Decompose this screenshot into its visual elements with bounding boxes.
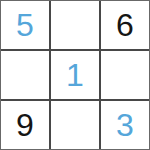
sudoku-cell-r1c2[interactable] [101,51,149,99]
sudoku-cell-r0c1[interactable] [51,1,99,49]
sudoku-cell-r2c2[interactable]: 3 [101,101,149,149]
sudoku-cell-r1c1[interactable]: 1 [51,51,99,99]
sudoku-cell-r2c0[interactable]: 9 [1,101,49,149]
sudoku-cell-r2c1[interactable] [51,101,99,149]
sudoku-board: 5 6 1 9 3 [0,0,150,150]
sudoku-cell-r1c0[interactable] [1,51,49,99]
sudoku-cell-r0c0[interactable]: 5 [1,1,49,49]
sudoku-cell-r0c2[interactable]: 6 [101,1,149,49]
